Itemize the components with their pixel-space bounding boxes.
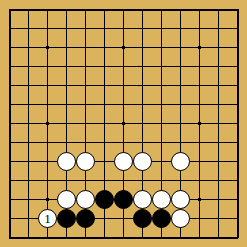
intersection: [76, 95, 95, 114]
intersection: [0, 57, 19, 76]
white-stone: [114, 152, 133, 171]
intersection: [57, 57, 76, 76]
white-stone: [152, 190, 171, 209]
intersection: [228, 171, 247, 190]
intersection: [114, 171, 133, 190]
intersection: [209, 0, 228, 19]
intersection: [38, 19, 57, 38]
intersection: [95, 19, 114, 38]
intersection: [209, 171, 228, 190]
intersection: [19, 38, 38, 57]
intersection: [171, 114, 190, 133]
intersection: [95, 0, 114, 19]
intersection: [190, 171, 209, 190]
star-point: [198, 46, 201, 49]
intersection: [76, 76, 95, 95]
intersection: [228, 152, 247, 171]
intersection: [19, 190, 38, 209]
intersection: [190, 114, 209, 133]
intersection: [19, 133, 38, 152]
intersection: [152, 76, 171, 95]
intersection: [190, 19, 209, 38]
intersection: [133, 0, 152, 19]
star-point: [46, 46, 49, 49]
intersection: [114, 57, 133, 76]
intersection: [57, 152, 76, 171]
intersection: [152, 228, 171, 247]
intersection: [133, 95, 152, 114]
white-stone: [171, 209, 190, 228]
intersection: [228, 19, 247, 38]
intersection: [209, 114, 228, 133]
intersection: [19, 76, 38, 95]
intersection: [114, 228, 133, 247]
intersection: [76, 19, 95, 38]
intersection: [19, 228, 38, 247]
intersection: [228, 57, 247, 76]
intersection: [209, 152, 228, 171]
intersection: [19, 0, 38, 19]
intersection: [38, 133, 57, 152]
intersection: [190, 209, 209, 228]
black-stone: [133, 209, 152, 228]
intersection: [209, 190, 228, 209]
intersection: [209, 133, 228, 152]
intersection: [133, 209, 152, 228]
intersection: [76, 209, 95, 228]
intersection: [0, 171, 19, 190]
intersection: [0, 209, 19, 228]
intersection: [0, 95, 19, 114]
intersection: [95, 190, 114, 209]
intersection: [0, 76, 19, 95]
intersection: [0, 228, 19, 247]
intersection: [171, 190, 190, 209]
star-point: [198, 122, 201, 125]
intersection: [114, 209, 133, 228]
intersection: [133, 228, 152, 247]
intersection: [57, 76, 76, 95]
go-board: 1: [0, 0, 247, 247]
intersection: [133, 38, 152, 57]
intersection: [171, 133, 190, 152]
intersection: [133, 57, 152, 76]
intersection: [76, 114, 95, 133]
intersection: [133, 190, 152, 209]
intersection: [190, 38, 209, 57]
intersection: [76, 171, 95, 190]
intersection: [152, 95, 171, 114]
intersection: [76, 228, 95, 247]
intersection: [114, 152, 133, 171]
intersection: [190, 152, 209, 171]
intersection: [114, 95, 133, 114]
intersection: [152, 19, 171, 38]
intersection: [190, 0, 209, 19]
intersection: [76, 38, 95, 57]
intersection: [171, 95, 190, 114]
board-grid: 1: [0, 0, 247, 247]
intersection: [38, 171, 57, 190]
intersection: [19, 114, 38, 133]
intersection: [38, 0, 57, 19]
intersection: [171, 19, 190, 38]
intersection: [95, 76, 114, 95]
intersection: [190, 228, 209, 247]
intersection: [228, 133, 247, 152]
intersection: [0, 152, 19, 171]
intersection: [19, 19, 38, 38]
star-point: [198, 198, 201, 201]
intersection: [0, 133, 19, 152]
intersection: [38, 114, 57, 133]
intersection: [133, 171, 152, 190]
intersection: [133, 152, 152, 171]
intersection: [114, 190, 133, 209]
intersection: [133, 133, 152, 152]
intersection: [133, 19, 152, 38]
white-stone: [76, 190, 95, 209]
intersection: [95, 57, 114, 76]
intersection: [57, 114, 76, 133]
intersection: [38, 95, 57, 114]
star-point: [46, 198, 49, 201]
intersection: [114, 0, 133, 19]
intersection: [228, 95, 247, 114]
intersection: [0, 0, 19, 19]
white-stone: [57, 152, 76, 171]
intersection: [57, 19, 76, 38]
intersection: [209, 57, 228, 76]
intersection: [76, 133, 95, 152]
intersection: [114, 76, 133, 95]
intersection: [57, 133, 76, 152]
white-stone: 1: [38, 209, 57, 228]
star-point: [122, 122, 125, 125]
intersection: [114, 133, 133, 152]
black-stone: [114, 190, 133, 209]
intersection: [209, 38, 228, 57]
intersection: [152, 38, 171, 57]
intersection: [0, 114, 19, 133]
intersection: [190, 190, 209, 209]
intersection: [114, 19, 133, 38]
intersection: [171, 228, 190, 247]
intersection: [171, 0, 190, 19]
intersection: [228, 190, 247, 209]
intersection: [38, 57, 57, 76]
intersection: [0, 38, 19, 57]
intersection: [171, 171, 190, 190]
intersection: [57, 228, 76, 247]
intersection: [152, 133, 171, 152]
intersection: [95, 133, 114, 152]
intersection: [133, 76, 152, 95]
intersection: [209, 209, 228, 228]
intersection: [38, 190, 57, 209]
intersection: [190, 95, 209, 114]
intersection: [209, 95, 228, 114]
intersection: [0, 19, 19, 38]
intersection: [57, 171, 76, 190]
intersection: [171, 209, 190, 228]
intersection: [152, 114, 171, 133]
intersection: [95, 171, 114, 190]
intersection: [38, 38, 57, 57]
intersection: [152, 171, 171, 190]
intersection: [152, 57, 171, 76]
intersection: [228, 114, 247, 133]
intersection: [19, 57, 38, 76]
intersection: [57, 0, 76, 19]
intersection: [57, 38, 76, 57]
intersection: [171, 76, 190, 95]
intersection: [19, 209, 38, 228]
intersection: [95, 209, 114, 228]
intersection: 1: [38, 209, 57, 228]
intersection: [76, 0, 95, 19]
intersection: [228, 0, 247, 19]
intersection: [152, 209, 171, 228]
intersection: [228, 38, 247, 57]
intersection: [38, 228, 57, 247]
white-stone: [171, 190, 190, 209]
intersection: [76, 190, 95, 209]
star-point: [122, 46, 125, 49]
star-point: [46, 122, 49, 125]
intersection: [76, 57, 95, 76]
intersection: [57, 190, 76, 209]
intersection: [209, 19, 228, 38]
intersection: [171, 152, 190, 171]
intersection: [152, 152, 171, 171]
intersection: [209, 76, 228, 95]
black-stone: [95, 190, 114, 209]
intersection: [228, 76, 247, 95]
intersection: [190, 133, 209, 152]
intersection: [76, 152, 95, 171]
intersection: [38, 152, 57, 171]
black-stone: [76, 209, 95, 228]
black-stone: [152, 209, 171, 228]
move-number-label: 1: [44, 212, 51, 225]
intersection: [114, 38, 133, 57]
intersection: [114, 114, 133, 133]
white-stone: [133, 190, 152, 209]
black-stone: [57, 209, 76, 228]
intersection: [19, 152, 38, 171]
white-stone: [171, 152, 190, 171]
intersection: [190, 76, 209, 95]
intersection: [19, 95, 38, 114]
intersection: [209, 228, 228, 247]
intersection: [152, 190, 171, 209]
intersection: [57, 209, 76, 228]
white-stone: [57, 190, 76, 209]
intersection: [0, 190, 19, 209]
intersection: [38, 76, 57, 95]
intersection: [95, 95, 114, 114]
intersection: [95, 152, 114, 171]
intersection: [133, 114, 152, 133]
intersection: [171, 57, 190, 76]
intersection: [152, 0, 171, 19]
white-stone: [133, 152, 152, 171]
intersection: [190, 57, 209, 76]
intersection: [95, 228, 114, 247]
intersection: [228, 228, 247, 247]
white-stone: [76, 152, 95, 171]
intersection: [95, 38, 114, 57]
intersection: [228, 209, 247, 228]
intersection: [95, 114, 114, 133]
intersection: [171, 38, 190, 57]
intersection: [19, 171, 38, 190]
intersection: [57, 95, 76, 114]
